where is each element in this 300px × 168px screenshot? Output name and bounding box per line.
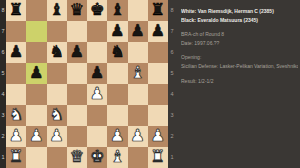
square-d4[interactable] xyxy=(67,84,87,105)
square-c8[interactable]: ♝ xyxy=(47,0,67,21)
piece-black-rook: ♜ xyxy=(148,0,168,21)
square-g5[interactable]: ♝ xyxy=(128,63,148,84)
square-d2[interactable] xyxy=(67,126,87,147)
piece-black-pawn: ♟ xyxy=(107,21,127,42)
rank-label-2: 2 xyxy=(168,126,176,147)
piece-white-pawn: ♟ xyxy=(26,126,46,147)
piece-white-pawn: ♟ xyxy=(87,84,107,105)
date-line: Date: 1997.06.?? xyxy=(181,39,298,48)
piece-white-bishop: ♝ xyxy=(128,63,148,84)
square-b7[interactable] xyxy=(26,21,46,42)
rank-label-4: 4 xyxy=(168,84,176,105)
piece-black-pawn: ♟ xyxy=(67,42,87,63)
rank-label-5: 5 xyxy=(168,63,176,84)
piece-black-pawn: ♟ xyxy=(87,63,107,84)
square-f4[interactable] xyxy=(107,84,127,105)
chess-board-area: 87654321 ♜♝♛♚♝♜♟♟♟♟♞♟♞♟♟♝♟♞♞♟♟♟♟♟♟♜♛♚♝♜ … xyxy=(0,0,176,168)
rank-label-7: 7 xyxy=(168,21,176,42)
rank-labels-right: 87654321 xyxy=(168,0,176,168)
square-c2[interactable]: ♟ xyxy=(47,126,67,147)
square-b5[interactable]: ♟ xyxy=(26,63,46,84)
piece-black-pawn: ♟ xyxy=(128,21,148,42)
piece-black-rook: ♜ xyxy=(6,0,26,21)
piece-black-pawn: ♟ xyxy=(148,21,168,42)
square-a2[interactable]: ♟ xyxy=(6,126,26,147)
square-e7[interactable] xyxy=(87,21,107,42)
square-h8[interactable]: ♜ xyxy=(148,0,168,21)
piece-black-knight: ♞ xyxy=(47,42,67,63)
square-e1[interactable]: ♚ xyxy=(87,147,107,168)
square-h6[interactable] xyxy=(148,42,168,63)
square-c6[interactable]: ♞ xyxy=(47,42,67,63)
square-d1[interactable]: ♛ xyxy=(67,147,87,168)
piece-white-knight: ♞ xyxy=(47,105,67,126)
rank-label-3: 3 xyxy=(168,105,176,126)
square-g2[interactable]: ♟ xyxy=(128,126,148,147)
square-a1[interactable]: ♜ xyxy=(6,147,26,168)
piece-white-rook: ♜ xyxy=(148,147,168,168)
square-h2[interactable]: ♟ xyxy=(148,126,168,147)
square-d3[interactable] xyxy=(67,105,87,126)
square-a6[interactable]: ♟ xyxy=(6,42,26,63)
square-f3[interactable] xyxy=(107,105,127,126)
square-a7[interactable] xyxy=(6,21,26,42)
piece-white-pawn: ♟ xyxy=(128,126,148,147)
piece-black-queen: ♛ xyxy=(67,0,87,21)
square-e5[interactable]: ♟ xyxy=(87,63,107,84)
chess-board: ♜♝♛♚♝♜♟♟♟♟♞♟♞♟♟♝♟♞♞♟♟♟♟♟♟♜♛♚♝♜ xyxy=(6,0,168,168)
square-c3[interactable]: ♞ xyxy=(47,105,67,126)
square-b8[interactable] xyxy=(26,0,46,21)
square-a3[interactable]: ♞ xyxy=(6,105,26,126)
square-b4[interactable] xyxy=(26,84,46,105)
square-d6[interactable]: ♟ xyxy=(67,42,87,63)
rank-label-6: 6 xyxy=(168,42,176,63)
piece-black-pawn: ♟ xyxy=(26,63,46,84)
square-d5[interactable] xyxy=(67,63,87,84)
piece-white-pawn: ♟ xyxy=(47,126,67,147)
square-g8[interactable] xyxy=(128,0,148,21)
square-h5[interactable] xyxy=(148,63,168,84)
square-f2[interactable]: ♟ xyxy=(107,126,127,147)
square-h3[interactable] xyxy=(148,105,168,126)
square-d7[interactable] xyxy=(67,21,87,42)
square-h1[interactable]: ♜ xyxy=(148,147,168,168)
square-c1[interactable] xyxy=(47,147,67,168)
black-player-line: Black: Everaldo Matsuura (2345) xyxy=(181,16,298,25)
square-g7[interactable]: ♟ xyxy=(128,21,148,42)
opening-label: Opening: xyxy=(181,53,298,62)
square-f7[interactable]: ♟ xyxy=(107,21,127,42)
white-player-line: White: Van Riemsdijk, Herman C (2385) xyxy=(181,7,298,16)
piece-black-pawn: ♟ xyxy=(6,42,26,63)
square-b2[interactable]: ♟ xyxy=(26,126,46,147)
piece-black-knight: ♞ xyxy=(107,42,127,63)
game-viewer: 87654321 ♜♝♛♚♝♜♟♟♟♟♞♟♞♟♟♝♟♞♞♟♟♟♟♟♟♜♛♚♝♜ … xyxy=(0,0,300,168)
square-f8[interactable]: ♝ xyxy=(107,0,127,21)
piece-white-queen: ♛ xyxy=(67,147,87,168)
square-e3[interactable] xyxy=(87,105,107,126)
piece-black-bishop: ♝ xyxy=(47,0,67,21)
square-h7[interactable]: ♟ xyxy=(148,21,168,42)
square-d8[interactable]: ♛ xyxy=(67,0,87,21)
square-e4[interactable]: ♟ xyxy=(87,84,107,105)
rank-label-8: 8 xyxy=(168,0,176,21)
square-e6[interactable] xyxy=(87,42,107,63)
piece-white-rook: ♜ xyxy=(6,147,26,168)
square-e8[interactable]: ♚ xyxy=(87,0,107,21)
square-a8[interactable]: ♜ xyxy=(6,0,26,21)
piece-white-pawn: ♟ xyxy=(6,126,26,147)
square-c4[interactable] xyxy=(47,84,67,105)
square-a4[interactable] xyxy=(6,84,26,105)
square-c7[interactable] xyxy=(47,21,67,42)
square-f1[interactable]: ♝ xyxy=(107,147,127,168)
square-f5[interactable] xyxy=(107,63,127,84)
event-line: BRA-ch of Round 8 xyxy=(181,30,298,39)
piece-white-pawn: ♟ xyxy=(148,126,168,147)
square-g4[interactable] xyxy=(128,84,148,105)
opening-name: Sicilian Defense: Lasker-Pelikan Variati… xyxy=(181,62,298,71)
square-c5[interactable] xyxy=(47,63,67,84)
game-info-panel: White: Van Riemsdijk, Herman C (2385) Bl… xyxy=(176,0,300,168)
square-h4[interactable] xyxy=(148,84,168,105)
square-b3[interactable] xyxy=(26,105,46,126)
square-g3[interactable] xyxy=(128,105,148,126)
square-a5[interactable] xyxy=(6,63,26,84)
piece-black-king: ♚ xyxy=(87,0,107,21)
square-b1[interactable] xyxy=(26,147,46,168)
piece-white-bishop: ♝ xyxy=(107,147,127,168)
piece-black-bishop: ♝ xyxy=(107,0,127,21)
piece-white-pawn: ♟ xyxy=(107,126,127,147)
piece-white-king: ♚ xyxy=(87,147,107,168)
square-g6[interactable] xyxy=(128,42,148,63)
result-line: Result: 1/2-1/2 xyxy=(181,77,298,86)
square-g1[interactable] xyxy=(128,147,148,168)
piece-white-knight: ♞ xyxy=(6,105,26,126)
square-e2[interactable] xyxy=(87,126,107,147)
square-b6[interactable] xyxy=(26,42,46,63)
square-f6[interactable]: ♞ xyxy=(107,42,127,63)
rank-label-1: 1 xyxy=(168,147,176,168)
